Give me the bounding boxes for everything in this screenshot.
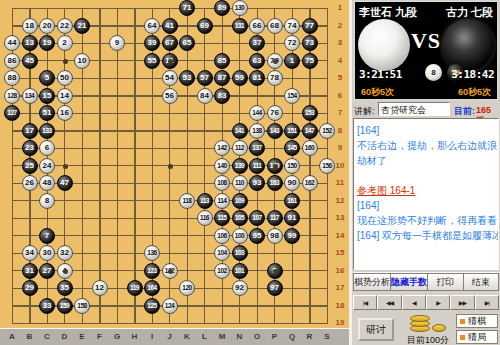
white-capture-ball: 8 (425, 64, 442, 81)
black-stone-K5: 53 (179, 70, 195, 86)
black-stone-I18: 125 (144, 298, 160, 314)
white-stone-O7: 144 (249, 105, 265, 121)
white-stone-P2: 68 (267, 18, 283, 34)
white-stone-D5: 50 (57, 70, 73, 86)
white-stone-Q6: 154 (284, 88, 300, 104)
white-stone-D15: 32 (57, 245, 73, 261)
go-client-window: 7189130182022216441691316668747744131929… (0, 0, 500, 345)
black-stone-R7: 153 (302, 105, 318, 121)
col-label-K: K (180, 332, 194, 341)
white-stone-G3: 9 (109, 35, 125, 51)
reference-diagram-link[interactable]: 参考图 164-1 (357, 183, 495, 198)
white-stone-N11: 110 (232, 175, 248, 191)
white-stone-C12: 8 (39, 193, 55, 209)
black-stone-C14: 7 (39, 228, 55, 244)
commentary-line (357, 168, 495, 183)
fast-rewind-button[interactable]: ◀◀ (377, 295, 401, 310)
black-stone-O3: 37 (249, 35, 265, 51)
row-label-2: 2 (331, 21, 349, 30)
col-label-S: S (320, 332, 334, 341)
black-byoyomi: 60秒5次 (458, 86, 491, 99)
black-stone-P13: 117 (267, 210, 283, 226)
white-stone-D6: 14 (57, 88, 73, 104)
white-stone-M16: 102 (214, 263, 230, 279)
star-point (168, 269, 173, 274)
star-point (63, 59, 68, 64)
row-label-19: 19 (331, 318, 349, 327)
white-stone-O8: 138 (249, 123, 265, 139)
black-stone-O14: 95 (249, 228, 265, 244)
white-stone-N14: 100 (232, 228, 248, 244)
black-stone-I17: 164 (144, 280, 160, 296)
white-stone-M9: 142 (214, 140, 230, 156)
white-byoyomi: 60秒5次 (361, 86, 394, 99)
white-stone-R9: 160 (302, 140, 318, 156)
next-move-button[interactable]: ▶ (426, 295, 450, 310)
black-stone-J3: 67 (162, 35, 178, 51)
white-stone-K12: 118 (179, 193, 195, 209)
black-stone-C16: 27 (39, 263, 55, 279)
white-stone-B15: 34 (22, 245, 38, 261)
black-stone-O10: 111 (249, 158, 265, 174)
white-stone-A6: 128 (4, 88, 20, 104)
black-stone-P8: 143 (267, 123, 283, 139)
board-panel: 7189130182022216441691316668747744131929… (0, 0, 352, 345)
black-player-name: 古力 七段 (446, 5, 493, 20)
right-panel: 李世石 九段 古力 七段 VS 3:21:51 8 19 3:18:42 60秒… (352, 0, 500, 345)
black-stone-K1: 71 (179, 0, 195, 16)
black-stone-P17: 97 (267, 280, 283, 296)
black-stone-N10: 139 (232, 158, 248, 174)
black-stone-R4: 75 (302, 53, 318, 69)
white-stone-Q10: 150 (284, 158, 300, 174)
current-move-label: 目前: (454, 105, 475, 118)
black-stone-N16: 101 (232, 263, 248, 279)
white-stone-J5: 54 (162, 70, 178, 86)
toolbar-button-2[interactable]: 隐藏手数 (391, 273, 428, 291)
white-stone-P7: 76 (267, 105, 283, 121)
black-stone-H17: 119 (127, 280, 143, 296)
row-label-5: 5 (331, 73, 349, 82)
black-stone-I16: 123 (144, 263, 160, 279)
black-stone-B3: 13 (22, 35, 38, 51)
star-point (273, 59, 278, 64)
white-stone-C15: 30 (39, 245, 55, 261)
star-point (273, 164, 278, 169)
col-label-G: G (110, 332, 124, 341)
commentary-line: [164] (357, 123, 495, 138)
black-stone-L5: 57 (197, 70, 213, 86)
bullet-icon (460, 319, 465, 324)
col-label-O: O (250, 332, 264, 341)
toolbar: 棋势分析隐藏手数打印结束 (353, 272, 499, 291)
row-label-3: 3 (331, 38, 349, 47)
black-stone-C7: 51 (39, 105, 55, 121)
row-label-17: 17 (331, 283, 349, 292)
col-label-A: A (5, 332, 19, 341)
black-stone-M5: 87 (214, 70, 230, 86)
black-stone-N12: 109 (232, 193, 248, 209)
black-stone-P11: 163 (267, 175, 283, 191)
white-stone-A4: 86 (4, 53, 20, 69)
white-stone-R11: 162 (302, 175, 318, 191)
col-label-J: J (163, 332, 177, 341)
white-stone-M11: 108 (214, 175, 230, 191)
guess-game-button[interactable]: 猜局 (456, 330, 498, 344)
row-label-14: 14 (331, 231, 349, 240)
white-stone-F17: 12 (92, 280, 108, 296)
white-stone-J18: 124 (162, 298, 178, 314)
guess-move-button[interactable]: 猜棋 (456, 314, 498, 328)
white-stone-Q2: 74 (284, 18, 300, 34)
black-stone-C3: 19 (39, 35, 55, 51)
black-stone-N8: 141 (232, 123, 248, 139)
bullet-icon (460, 335, 465, 340)
col-label-D: D (58, 332, 72, 341)
row-label-7: 7 (331, 108, 349, 117)
white-stone-M10: 140 (214, 158, 230, 174)
black-stone-M4: 85 (214, 53, 230, 69)
white-stone-D7: 16 (57, 105, 73, 121)
col-label-C: C (40, 332, 54, 341)
black-stone-C6: 15 (39, 88, 55, 104)
white-player-name: 李世石 九段 (359, 5, 417, 20)
black-stone-C18: 33 (39, 298, 55, 314)
col-label-P: P (268, 332, 282, 341)
black-stone-R8: 147 (302, 123, 318, 139)
white-stone-C11: 48 (39, 175, 55, 191)
row-label-18: 18 (331, 301, 349, 310)
star-point (63, 164, 68, 169)
col-label-L: L (198, 332, 212, 341)
commentary-line: 现在这形势不好判断，得再看看 (357, 213, 495, 228)
black-stone-I3: 39 (144, 35, 160, 51)
toolbar-button-3[interactable]: 打印 (428, 273, 464, 291)
black-stone-N5: 59 (232, 70, 248, 86)
col-label-F: F (93, 332, 107, 341)
black-stone-B17: 29 (22, 280, 38, 296)
black-stone-O13: 107 (249, 210, 265, 226)
black-stone-O4: 63 (249, 53, 265, 69)
black-stone-C5: 5 (39, 70, 55, 86)
col-label-Q: Q (285, 332, 299, 341)
row-label-1: 1 (331, 3, 349, 12)
col-label-N: N (233, 332, 247, 341)
black-stone-Q4: 1 (284, 53, 300, 69)
white-stone-A3: 44 (4, 35, 20, 51)
black-stone-M6: 83 (214, 88, 230, 104)
black-stone-L12: 113 (197, 193, 213, 209)
white-stone-C9: 6 (39, 140, 55, 156)
white-stone-D2: 22 (57, 18, 73, 34)
white-stone-B6: 134 (22, 88, 38, 104)
toolbar-button-4[interactable]: 结束 (464, 273, 500, 291)
commentator-label: 讲解: (354, 105, 375, 118)
black-stone-M1: 89 (214, 0, 230, 16)
col-label-I: I (145, 332, 159, 341)
column-coordinates: ABCDEFGHIJKLMNOPQRS (0, 328, 349, 345)
black-stone-B4: 45 (22, 53, 38, 69)
black-stone-avatar (442, 19, 494, 71)
commentary-line: [164] 双方每一手棋都是如履薄冰 (357, 228, 495, 243)
black-stone-K3: 65 (179, 35, 195, 51)
white-stone-L6: 84 (197, 88, 213, 104)
black-stone-C8: 133 (39, 123, 55, 139)
score-label: 目前100分 (398, 334, 458, 345)
col-label-M: M (215, 332, 229, 341)
white-stone-Q3: 72 (284, 35, 300, 51)
black-stone-D18: 159 (57, 298, 73, 314)
black-stone-E2: 21 (74, 18, 90, 34)
black-stone-Q12: 161 (284, 193, 300, 209)
prev-move-button[interactable]: ◀ (402, 295, 426, 310)
black-stone-Q13: 91 (284, 210, 300, 226)
fast-forward-button[interactable]: ▶▶ (450, 295, 474, 310)
white-stone-N9: 112 (232, 140, 248, 156)
white-stone-B2: 18 (22, 18, 38, 34)
black-stone-R2: 77 (302, 18, 318, 34)
commentary-line: [164] (357, 198, 495, 213)
black-stone-B8: 17 (22, 123, 38, 139)
black-stone-M13: 115 (214, 210, 230, 226)
white-stone-I15: 136 (144, 245, 160, 261)
row-label-16: 16 (331, 266, 349, 275)
white-stone-L13: 116 (197, 210, 213, 226)
commentary-line: 劫材了 (357, 153, 495, 168)
toolbar-button-1[interactable]: 棋势分析 (353, 273, 391, 291)
white-stone-M14: 106 (214, 228, 230, 244)
col-label-R: R (303, 332, 317, 341)
white-stone-P5: 78 (267, 70, 283, 86)
white-stone-N17: 92 (232, 280, 248, 296)
black-stone-N2: 131 (232, 18, 248, 34)
black-stone-O11: 93 (249, 175, 265, 191)
black-stone-O5: 81 (249, 70, 265, 86)
row-label-8: 8 (331, 126, 349, 135)
black-stone-O9: 137 (249, 140, 265, 156)
black-stone-Q8: 151 (284, 123, 300, 139)
player-info-box: 李世石 九段 古力 七段 VS 3:21:51 8 19 3:18:42 60秒… (354, 1, 498, 100)
black-stone-B16: 31 (22, 263, 38, 279)
black-stone-Q14: 99 (284, 228, 300, 244)
black-stone-I4: 55 (144, 53, 160, 69)
row-label-13: 13 (331, 213, 349, 222)
commentator-input[interactable]: 杏贷研究会 (378, 102, 450, 116)
row-label-11: 11 (331, 178, 349, 187)
commentary-line: 不活右边，提劫，那么右边就浪费了 (357, 138, 495, 153)
col-label-H: H (128, 332, 142, 341)
white-stone-P14: 98 (267, 228, 283, 244)
star-point (168, 59, 173, 64)
white-clock: 3:21:51 (359, 68, 402, 81)
black-stone-A7: 127 (4, 105, 20, 121)
black-stone-L2: 69 (197, 18, 213, 34)
row-label-15: 15 (331, 248, 349, 257)
black-stone-B10: 25 (22, 158, 38, 174)
white-stone-D3: 2 (57, 35, 73, 51)
white-stone-M15: 104 (214, 245, 230, 261)
last-move-button[interactable]: ▶| (475, 295, 499, 310)
row-label-9: 9 (331, 143, 349, 152)
black-stone-B9: 23 (22, 140, 38, 156)
white-stone-K17: 120 (179, 280, 195, 296)
row-label-12: 12 (331, 196, 349, 205)
white-stone-C2: 20 (39, 18, 55, 34)
row-label-10: 10 (331, 161, 349, 170)
black-stone-J2: 41 (162, 18, 178, 34)
star-point (63, 269, 68, 274)
first-move-button[interactable]: |◀ (353, 295, 377, 310)
white-stone-J6: 56 (162, 88, 178, 104)
row-label-4: 4 (331, 56, 349, 65)
black-stone-N15: 103 (232, 245, 248, 261)
col-label-B: B (23, 332, 37, 341)
white-stone-C10: 24 (39, 158, 55, 174)
white-stone-E4: 10 (74, 53, 90, 69)
coins-icon (410, 313, 450, 333)
commentator-bar: 讲解: 杏贷研究会 目前: 165手 (352, 101, 500, 118)
white-stone-O2: 66 (249, 18, 265, 34)
white-stone-B11: 26 (22, 175, 38, 191)
commentary-pane: [164]不活右边，提劫，那么右边就浪费了劫材了 参考图 164-1[164]现… (353, 118, 499, 270)
black-stone-D17: 35 (57, 280, 73, 296)
star-point (273, 269, 278, 274)
white-stone-M12: 114 (214, 193, 230, 209)
discuss-button[interactable]: 研讨 (358, 318, 394, 341)
white-stone-E18: 158 (74, 298, 90, 314)
black-stone-N13: 105 (232, 210, 248, 226)
black-stone-D11: 47 (57, 175, 73, 191)
black-clock: 3:18:42 (451, 68, 494, 81)
black-stone-R3: 73 (302, 35, 318, 51)
white-stone-N1: 130 (232, 0, 248, 16)
row-label-6: 6 (331, 91, 349, 100)
white-stone-Q11: 90 (284, 175, 300, 191)
black-stone-Q9: 145 (284, 140, 300, 156)
star-point (168, 164, 173, 169)
col-label-E: E (75, 332, 89, 341)
white-stone-I2: 64 (144, 18, 160, 34)
vcr-controls: |◀◀◀◀▶▶▶▶| (353, 295, 499, 310)
white-stone-A5: 88 (4, 70, 20, 86)
